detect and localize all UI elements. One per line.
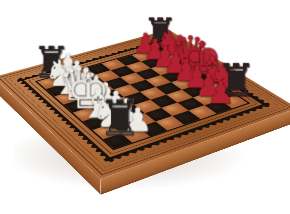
piece-white-rook[interactable]: ♜: [87, 94, 153, 143]
photo-scene: ♜♟♟♜♞♟♟♞♝♟♟♝♛♟♟♛♚♟♟♚♝♟♟♝♞♟♟♞♜♟♟♜: [0, 0, 290, 214]
square-7-6[interactable]: ♟: [205, 100, 233, 113]
product-photo: ♜♟♟♜♞♟♟♞♝♟♟♝♛♟♟♛♚♟♟♚♝♟♟♝♞♟♟♞♜♟♟♜: [0, 0, 290, 214]
square-7-0[interactable]: ♜: [103, 133, 132, 148]
board-squares: ♜♟♟♜♞♟♟♞♝♟♟♝♛♟♟♛♚♟♟♚♝♟♟♝♞♟♟♞♜♟♟♜: [35, 46, 251, 151]
chess-board: ♜♟♟♜♞♟♟♞♝♟♟♝♛♟♟♛♚♟♟♚♝♟♟♝♞♟♟♞♜♟♟♜: [0, 29, 290, 178]
piece-red-pawn[interactable]: ♟: [190, 77, 251, 108]
board-frame: ♜♟♟♜♞♟♟♞♝♟♟♝♛♟♟♛♚♟♟♚♝♟♟♝♞♟♟♞♜♟♟♜: [0, 29, 290, 178]
